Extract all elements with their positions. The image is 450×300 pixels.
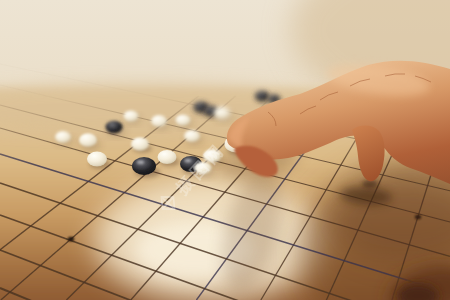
black-stone xyxy=(255,91,269,101)
black-stone xyxy=(132,157,156,175)
stone-highlight xyxy=(137,160,144,164)
white-stone xyxy=(214,107,231,120)
white-stone xyxy=(176,115,191,126)
white-stone xyxy=(184,130,200,142)
white-stone xyxy=(124,111,139,122)
star-point xyxy=(68,237,74,242)
white-stone xyxy=(79,133,97,146)
black-stone xyxy=(106,121,123,134)
white-stone xyxy=(87,152,107,167)
go-photo-stage: 摄图网 xyxy=(0,0,450,300)
white-stone xyxy=(151,115,167,127)
white-stone xyxy=(55,131,71,143)
stone-highlight xyxy=(184,159,191,163)
white-stone xyxy=(131,137,149,150)
go-board-photo: 摄图网 xyxy=(0,0,450,300)
white-stone xyxy=(158,150,177,164)
